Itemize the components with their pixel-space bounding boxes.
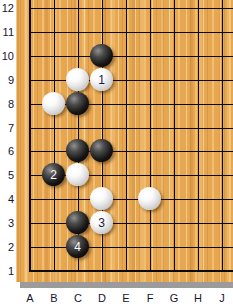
grid-line <box>29 0 31 272</box>
go-board-diagram: 1234 121110987654321 ABCDEFGHJ <box>0 0 233 308</box>
black-stone-C3[interactable] <box>66 211 89 234</box>
row-label-2: 2 <box>0 240 14 254</box>
black-stone-B5[interactable]: 2 <box>42 163 65 186</box>
grid-line <box>29 151 233 152</box>
grid-line <box>174 0 175 272</box>
col-label-A: A <box>22 291 38 305</box>
row-label-4: 4 <box>0 192 14 206</box>
white-stone-F4[interactable] <box>138 187 161 210</box>
grid-line <box>29 270 233 272</box>
row-label-11: 11 <box>0 25 14 39</box>
grid-line <box>29 128 233 129</box>
row-label-12: 12 <box>0 1 14 15</box>
stone-move-number: 1 <box>98 74 105 86</box>
col-label-D: D <box>94 291 110 305</box>
black-stone-C6[interactable] <box>66 139 89 162</box>
row-label-7: 7 <box>0 121 14 135</box>
grid-line <box>29 80 233 81</box>
black-stone-C8[interactable] <box>66 92 89 115</box>
white-stone-D9[interactable]: 1 <box>90 68 113 91</box>
col-label-E: E <box>118 291 134 305</box>
grid-line <box>222 0 223 272</box>
white-stone-B8[interactable] <box>42 92 65 115</box>
black-stone-C2[interactable]: 4 <box>66 235 89 258</box>
grid-line <box>126 0 127 272</box>
stone-move-number: 3 <box>98 217 105 229</box>
row-label-8: 8 <box>0 97 14 111</box>
go-board[interactable]: 1234 <box>16 0 233 282</box>
col-label-J: J <box>214 291 230 305</box>
grid-line <box>198 0 199 272</box>
row-label-9: 9 <box>0 73 14 87</box>
white-stone-D3[interactable]: 3 <box>90 211 113 234</box>
grid-line <box>150 0 151 272</box>
white-stone-D4[interactable] <box>90 187 113 210</box>
grid-line <box>29 8 233 9</box>
board-shadow <box>20 282 233 288</box>
stone-move-number: 4 <box>74 241 81 253</box>
col-label-G: G <box>166 291 182 305</box>
grid-line <box>29 32 233 33</box>
row-label-5: 5 <box>0 168 14 182</box>
white-stone-C5[interactable] <box>66 163 89 186</box>
black-stone-D10[interactable] <box>90 44 113 67</box>
col-label-B: B <box>46 291 62 305</box>
row-label-3: 3 <box>0 216 14 230</box>
row-label-6: 6 <box>0 144 14 158</box>
black-stone-D6[interactable] <box>90 139 113 162</box>
grid-line <box>29 223 233 224</box>
stone-move-number: 2 <box>50 169 57 181</box>
col-label-C: C <box>70 291 86 305</box>
grid-line <box>29 247 233 248</box>
col-label-H: H <box>190 291 206 305</box>
row-label-10: 10 <box>0 49 14 63</box>
grid-line <box>29 56 233 57</box>
grid-line <box>29 199 233 200</box>
grid-line <box>54 0 55 272</box>
row-label-1: 1 <box>0 264 14 278</box>
white-stone-C9[interactable] <box>66 68 89 91</box>
col-label-F: F <box>142 291 158 305</box>
